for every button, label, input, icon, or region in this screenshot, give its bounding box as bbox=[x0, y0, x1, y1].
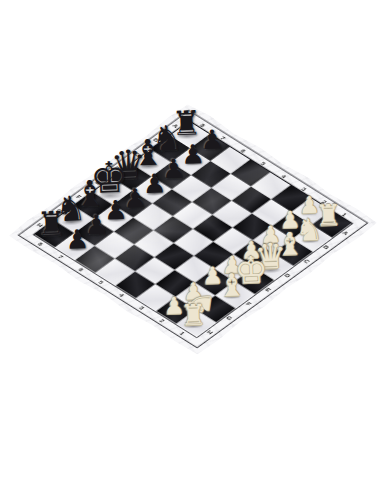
vinyl-chess-mat: AABBCCDDEEFFGGHH8877665544332211 bbox=[5, 101, 381, 357]
label-file-e-rank1-edge: E bbox=[264, 287, 272, 293]
label-rank-2-fileh-edge: 2 bbox=[159, 318, 167, 323]
label-rank-2-filea-edge: 2 bbox=[321, 199, 329, 204]
photo-stage: AABBCCDDEEFFGGHH8877665544332211 ♜♞♝♛♚♝♞… bbox=[0, 0, 381, 492]
label-rank-7-filea-edge: 7 bbox=[220, 135, 228, 140]
label-file-b-rank1-edge: B bbox=[322, 244, 330, 250]
label-rank-6-filea-edge: 6 bbox=[240, 148, 248, 153]
label-rank-8-filea-edge: 8 bbox=[199, 122, 207, 127]
label-file-a-rank1-edge: A bbox=[341, 230, 349, 236]
label-rank-6-fileh-edge: 6 bbox=[78, 267, 86, 272]
label-rank-5-fileh-edge: 5 bbox=[98, 279, 106, 284]
chess-board-grid bbox=[35, 121, 352, 336]
label-file-c-rank1-edge: C bbox=[303, 258, 311, 264]
label-rank-5-filea-edge: 5 bbox=[260, 161, 268, 166]
chess-set-product-photo: AABBCCDDEEFFGGHH8877665544332211 ♜♞♝♛♚♝♞… bbox=[0, 0, 381, 492]
label-rank-1-fileh-edge: 1 bbox=[179, 330, 187, 335]
label-rank-7-fileh-edge: 7 bbox=[57, 254, 65, 259]
label-rank-4-filea-edge: 4 bbox=[280, 173, 288, 178]
label-rank-8-fileh-edge: 8 bbox=[37, 241, 45, 246]
label-rank-3-filea-edge: 3 bbox=[301, 186, 309, 191]
label-file-f-rank1-edge: F bbox=[245, 301, 253, 306]
label-rank-4-fileh-edge: 4 bbox=[118, 292, 126, 297]
label-rank-1-filea-edge: 1 bbox=[341, 212, 349, 217]
label-file-h-rank1-edge: H bbox=[206, 329, 214, 335]
label-file-d-rank1-edge: D bbox=[283, 273, 291, 279]
label-rank-3-fileh-edge: 3 bbox=[138, 305, 146, 310]
label-file-g-rank1-edge: G bbox=[225, 315, 234, 321]
